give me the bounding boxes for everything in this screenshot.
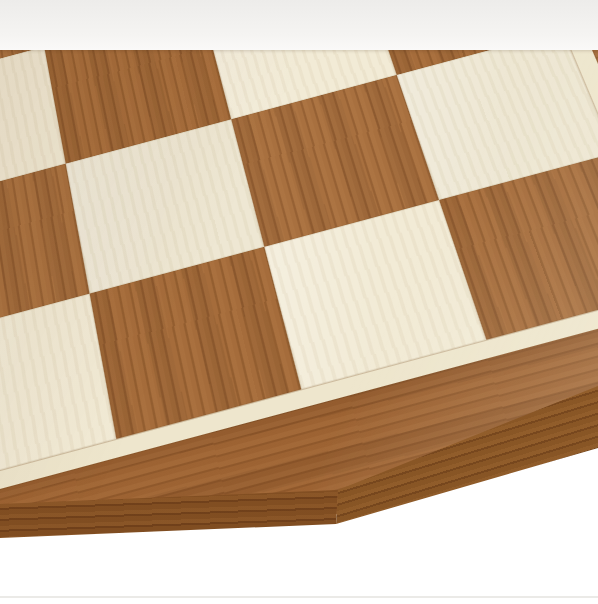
product-photo-canvas [0, 0, 598, 604]
backdrop-above-board [0, 0, 598, 50]
backdrop-seam-line [0, 596, 598, 598]
